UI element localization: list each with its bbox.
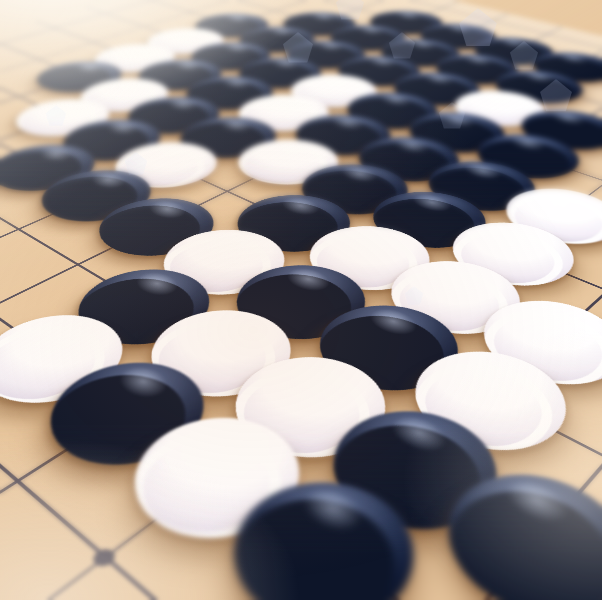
go-board-grid: ●●●●●●●●●●●●●●○●○●●○●●●○●●○●●●○●○●●○●●○○… [0, 0, 602, 600]
go-board-photo: ●●●●●●●●●●●●●●○●○●●○●●●○●●○●●●○●○●●○●●○○… [0, 0, 602, 600]
star-point [89, 546, 119, 570]
